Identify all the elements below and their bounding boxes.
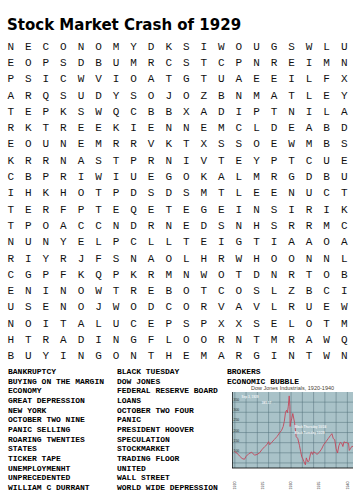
word-search-grid: NECONOMYDKSIWOUGSWLUEOPSDBUMRCSTCPNREIMN… [2, 39, 353, 365]
grid-cell: A [72, 316, 90, 332]
chart-y-tick-label: 350 [234, 398, 240, 402]
grid-cell: S [55, 88, 73, 104]
grid-cell: E [265, 186, 283, 202]
grid-cell: W [90, 104, 108, 120]
grid-cell: N [300, 251, 318, 267]
grid-cell: M [248, 88, 266, 104]
grid-cell: H [2, 332, 20, 348]
word-item: ECONOMY [8, 386, 116, 396]
grid-cell: N [318, 251, 336, 267]
grid-cell: I [283, 202, 301, 218]
grid-cell: E [195, 120, 213, 136]
grid-cell: S [177, 39, 195, 55]
grid-cell: S [283, 39, 301, 55]
grid-cell: E [20, 39, 38, 55]
grid-cell: R [142, 267, 160, 283]
grid-cell: B [318, 169, 336, 185]
chart-y-tick-label: 250 [234, 418, 240, 422]
grid-cell: E [142, 202, 160, 218]
grid-cell: C [125, 235, 143, 251]
grid-cell: B [318, 137, 336, 153]
grid-cell: E [283, 120, 301, 136]
word-item: LOANS [117, 396, 226, 406]
grid-cell: Z [195, 88, 213, 104]
grid-cell: E [20, 104, 38, 120]
grid-cell: L [335, 251, 353, 267]
grid-cell: R [300, 202, 318, 218]
grid-cell: I [37, 72, 55, 88]
grid-cell: R [283, 267, 301, 283]
grid-cell: R [195, 300, 213, 316]
grid-cell: N [283, 104, 301, 120]
grid-cell: E [335, 153, 353, 169]
grid-cell: G [177, 72, 195, 88]
grid-cell: O [283, 251, 301, 267]
grid-cell: N [2, 316, 20, 332]
grid-cell: P [37, 104, 55, 120]
grid-cell: K [2, 153, 20, 169]
word-item: NEW YORK [8, 406, 116, 416]
word-item: STOCKMARKET [117, 444, 226, 454]
grid-cell: S [248, 316, 266, 332]
grid-cell: U [20, 235, 38, 251]
grid-cell: A [283, 235, 301, 251]
dow-chart-region: Dow Jones Industrials, 1920-1940 3503002… [232, 385, 353, 491]
grid-cell: N [2, 235, 20, 251]
grid-cell: Y [37, 251, 55, 267]
word-list-column-1: BANKRUPTCYBUYING ON THE MARGINECONOMYGRE… [8, 367, 116, 493]
grid-cell: N [160, 153, 178, 169]
word-item: OCTOBER TWO NINE [8, 415, 116, 425]
grid-cell: P [37, 267, 55, 283]
grid-cell: P [72, 202, 90, 218]
grid-cell: F [55, 267, 73, 283]
grid-cell: M [318, 55, 336, 71]
word-item: BLACK TUESDAY [117, 367, 226, 377]
grid-cell: R [283, 218, 301, 234]
grid-cell: X [195, 137, 213, 153]
grid-cell: O [177, 300, 195, 316]
grid-cell: G [283, 169, 301, 185]
word-item: WILLIAM C DURRANT [8, 483, 116, 493]
grid-cell: L [318, 39, 336, 55]
grid-cell: P [160, 316, 178, 332]
grid-cell: A [142, 72, 160, 88]
grid-cell: N [230, 218, 248, 234]
grid-cell: O [213, 267, 231, 283]
grid-cell: Q [335, 332, 353, 348]
grid-cell: S [213, 137, 231, 153]
grid-cell: S [55, 55, 73, 71]
chart-annotation: ← Black Thursday 10/24 [291, 425, 327, 429]
grid-cell: E [142, 120, 160, 136]
grid-cell: R [142, 153, 160, 169]
word-item: STATES [8, 444, 116, 454]
grid-cell: O [125, 72, 143, 88]
grid-cell: H [248, 251, 266, 267]
grid-cell: C [37, 39, 55, 55]
grid-cell: U [72, 88, 90, 104]
grid-cell: R [37, 153, 55, 169]
grid-cell: O [160, 251, 178, 267]
grid-cell: M [318, 218, 336, 234]
grid-cell: T [107, 283, 125, 299]
grid-cell: T [195, 55, 213, 71]
grid-cell: D [195, 218, 213, 234]
grid-cell: Y [37, 349, 55, 365]
grid-cell: T [248, 235, 266, 251]
grid-cell: C [90, 218, 108, 234]
grid-cell: V [248, 300, 266, 316]
grid-cell: C [318, 186, 336, 202]
grid-cell: K [107, 120, 125, 136]
grid-cell: D [125, 218, 143, 234]
grid-cell: A [213, 169, 231, 185]
grid-cell: R [142, 218, 160, 234]
grid-cell: N [283, 349, 301, 365]
grid-cell: F [55, 202, 73, 218]
grid-cell: B [318, 120, 336, 136]
grid-cell: O [37, 218, 55, 234]
grid-cell: R [55, 251, 73, 267]
grid-cell: I [20, 251, 38, 267]
grid-cell: E [318, 88, 336, 104]
grid-cell: M [195, 186, 213, 202]
grid-cell: L [142, 235, 160, 251]
grid-cell: O [55, 39, 73, 55]
grid-cell: A [230, 72, 248, 88]
grid-cell: W [318, 349, 336, 365]
grid-cell: E [265, 72, 283, 88]
grid-cell: S [107, 251, 125, 267]
grid-cell: O [72, 283, 90, 299]
grid-cell: U [20, 349, 38, 365]
grid-cell: M [90, 137, 108, 153]
grid-cell: C [72, 218, 90, 234]
grid-cell: Y [125, 39, 143, 55]
grid-cell: R [230, 349, 248, 365]
grid-cell: A [72, 153, 90, 169]
grid-cell: I [107, 169, 125, 185]
grid-cell: L [90, 235, 108, 251]
grid-cell: K [160, 39, 178, 55]
grid-cell: E [20, 202, 38, 218]
grid-cell: E [177, 202, 195, 218]
grid-cell: S [72, 104, 90, 120]
grid-cell: O [142, 88, 160, 104]
word-item: PANIC SELLING [8, 425, 116, 435]
grid-cell: I [37, 283, 55, 299]
grid-cell: K [335, 202, 353, 218]
grid-cell: O [230, 39, 248, 55]
grid-cell: B [160, 104, 178, 120]
grid-cell: M [335, 316, 353, 332]
chart-y-tick-label: 200 [234, 429, 240, 433]
grid-cell: I [177, 153, 195, 169]
grid-cell: I [195, 39, 213, 55]
grid-cell: O [318, 267, 336, 283]
grid-cell: U [335, 169, 353, 185]
grid-cell: T [160, 72, 178, 88]
grid-cell: C [125, 104, 143, 120]
grid-cell: S [335, 137, 353, 153]
word-item: FEDERAL RESERVE BOARD [117, 386, 226, 396]
grid-cell: O [125, 300, 143, 316]
word-item: GREAT DEPRESSION [8, 396, 116, 406]
grid-cell: E [177, 218, 195, 234]
grid-cell: P [107, 267, 125, 283]
grid-cell: R [213, 251, 231, 267]
grid-cell: G [125, 332, 143, 348]
grid-cell: A [213, 349, 231, 365]
grid-cell: L [230, 169, 248, 185]
grid-cell: C [300, 153, 318, 169]
grid-cell: A [230, 300, 248, 316]
grid-cell: D [248, 267, 266, 283]
grid-cell: T [20, 332, 38, 348]
grid-cell: E [2, 55, 20, 71]
grid-cell: B [335, 267, 353, 283]
grid-cell: G [248, 349, 266, 365]
grid-cell: N [265, 267, 283, 283]
grid-cell: P [265, 153, 283, 169]
grid-cell: H [20, 186, 38, 202]
grid-cell: D [160, 186, 178, 202]
grid-cell: L [265, 300, 283, 316]
grid-cell: E [90, 120, 108, 136]
grid-cell: R [125, 137, 143, 153]
grid-cell: L [265, 283, 283, 299]
grid-cell: O [20, 316, 38, 332]
grid-cell: I [335, 283, 353, 299]
grid-cell: B [300, 283, 318, 299]
grid-cell: K [195, 169, 213, 185]
grid-cell: U [2, 300, 20, 316]
grid-cell: G [265, 39, 283, 55]
grid-cell: K [160, 137, 178, 153]
grid-cell: T [318, 316, 336, 332]
grid-cell: V [90, 72, 108, 88]
grid-cell: K [72, 267, 90, 283]
grid-cell: I [2, 186, 20, 202]
grid-cell: I [300, 104, 318, 120]
grid-cell: N [230, 332, 248, 348]
grid-cell: S [265, 202, 283, 218]
grid-cell: N [230, 88, 248, 104]
grid-cell: O [248, 137, 266, 153]
dow-jones-chart: 35030025020015010019201925193019351940Se… [232, 392, 353, 491]
grid-cell: H [248, 218, 266, 234]
grid-cell: O [318, 235, 336, 251]
grid-cell: E [142, 316, 160, 332]
grid-cell: P [20, 218, 38, 234]
grid-cell: O [72, 300, 90, 316]
chart-annotation: ← Black Tuesday 10/29 [291, 431, 325, 435]
grid-cell: D [265, 120, 283, 136]
grid-cell: T [300, 267, 318, 283]
grid-cell: S [20, 72, 38, 88]
word-item: WALL STREET [117, 473, 226, 483]
word-item: DOW JONES [117, 377, 226, 387]
grid-cell: C [125, 316, 143, 332]
grid-cell: S [125, 88, 143, 104]
grid-cell: S [90, 153, 108, 169]
grid-cell: Q [107, 104, 125, 120]
grid-cell: U [125, 169, 143, 185]
grid-cell: S [20, 300, 38, 316]
grid-cell: G [160, 169, 178, 185]
grid-cell: E [230, 153, 248, 169]
grid-cell: L [177, 251, 195, 267]
grid-cell: N [55, 153, 73, 169]
grid-cell: N [283, 186, 301, 202]
grid-cell: P [195, 316, 213, 332]
grid-cell: N [72, 349, 90, 365]
grid-cell: B [160, 283, 178, 299]
grid-cell: T [230, 267, 248, 283]
word-item: TRADING FLOOR [117, 454, 226, 464]
grid-cell: A [300, 235, 318, 251]
grid-cell: P [230, 55, 248, 71]
grid-cell: C [335, 218, 353, 234]
grid-cell: S [177, 316, 195, 332]
grid-cell: E [72, 235, 90, 251]
grid-cell: T [213, 186, 231, 202]
word-list-column-2: BLACK TUESDAYDOW JONESFEDERAL RESERVE BO… [117, 367, 226, 493]
grid-cell: E [107, 202, 125, 218]
grid-cell: P [37, 169, 55, 185]
grid-cell: N [177, 267, 195, 283]
grid-cell: I [265, 235, 283, 251]
grid-cell: S [142, 186, 160, 202]
grid-cell: C [2, 169, 20, 185]
grid-cell: O [195, 332, 213, 348]
grid-cell: G [230, 235, 248, 251]
grid-cell: R [37, 332, 55, 348]
grid-cell: L [318, 104, 336, 120]
grid-cell: K [20, 120, 38, 136]
grid-cell: C [230, 120, 248, 136]
grid-cell: P [107, 186, 125, 202]
grid-cell: J [72, 251, 90, 267]
grid-cell: I [300, 55, 318, 71]
grid-cell: T [283, 88, 301, 104]
chart-annotation: 381.17 → [262, 401, 275, 405]
grid-cell: I [318, 202, 336, 218]
grid-cell: T [195, 72, 213, 88]
grid-cell: T [300, 349, 318, 365]
grid-cell: N [248, 202, 266, 218]
grid-cell: C [318, 283, 336, 299]
grid-cell: N [107, 332, 125, 348]
grid-cell: L [230, 186, 248, 202]
grid-cell: W [90, 169, 108, 185]
grid-cell: S [265, 218, 283, 234]
grid-cell: C [160, 300, 178, 316]
grid-cell: T [177, 235, 195, 251]
grid-cell: L [300, 72, 318, 88]
grid-cell: I [55, 349, 73, 365]
grid-cell: T [177, 137, 195, 153]
grid-cell: N [2, 39, 20, 55]
word-item: ROARING TWENTIES [8, 435, 116, 445]
grid-cell: O [300, 316, 318, 332]
grid-cell: N [125, 349, 143, 365]
grid-cell: W [283, 137, 301, 153]
grid-cell: R [37, 202, 55, 218]
grid-cell: G [195, 202, 213, 218]
grid-cell: S [230, 137, 248, 153]
grid-cell: T [283, 153, 301, 169]
word-item: UNEMPLOYMENHT [8, 464, 116, 474]
grid-cell: Y [335, 88, 353, 104]
grid-cell: R [55, 120, 73, 136]
grid-cell: A [2, 88, 20, 104]
grid-cell: N [55, 283, 73, 299]
grid-cell: N [160, 218, 178, 234]
grid-cell: K [37, 186, 55, 202]
grid-cell: D [213, 104, 231, 120]
grid-cell: O [177, 283, 195, 299]
grid-cell: U [248, 39, 266, 55]
grid-cell: F [318, 72, 336, 88]
grid-cell: C [160, 55, 178, 71]
grid-cell: W [318, 332, 336, 348]
word-item: SPECULATION [117, 435, 226, 445]
grid-cell: J [160, 88, 178, 104]
chart-x-tick-label: 1930 [289, 482, 293, 490]
grid-cell: T [90, 186, 108, 202]
grid-cell: E [37, 300, 55, 316]
grid-cell: U [300, 300, 318, 316]
grid-cell: E [248, 186, 266, 202]
grid-cell: P [125, 153, 143, 169]
grid-cell: R [20, 88, 38, 104]
grid-cell: L [160, 235, 178, 251]
grid-cell: A [195, 104, 213, 120]
grid-cell: P [107, 235, 125, 251]
word-item: PRESIDENT HOOVER [117, 425, 226, 435]
grid-cell: I [107, 72, 125, 88]
chart-x-tick-label: 1925 [261, 482, 265, 490]
word-item: BUYING ON THE MARGIN [8, 377, 116, 387]
grid-cell: T [142, 349, 160, 365]
grid-cell: U [107, 316, 125, 332]
grid-cell: L [300, 88, 318, 104]
grid-cell: U [335, 39, 353, 55]
grid-cell: A [55, 218, 73, 234]
grid-cell: X [335, 72, 353, 88]
grid-cell: I [213, 235, 231, 251]
grid-cell: N [55, 137, 73, 153]
grid-cell: W [72, 72, 90, 88]
grid-cell: T [265, 104, 283, 120]
grid-cell: T [55, 316, 73, 332]
grid-cell: U [107, 55, 125, 71]
word-item: TICKER TAPE [8, 454, 116, 464]
grid-cell: D [335, 120, 353, 136]
grid-cell: U [37, 137, 55, 153]
grid-cell: H [55, 186, 73, 202]
grid-cell: N [335, 55, 353, 71]
grid-cell: R [300, 218, 318, 234]
word-item: BROKERS [227, 367, 352, 377]
grid-cell: M [213, 120, 231, 136]
grid-cell: W [195, 267, 213, 283]
grid-cell: F [90, 251, 108, 267]
grid-cell: I [37, 316, 55, 332]
grid-cell: O [177, 169, 195, 185]
